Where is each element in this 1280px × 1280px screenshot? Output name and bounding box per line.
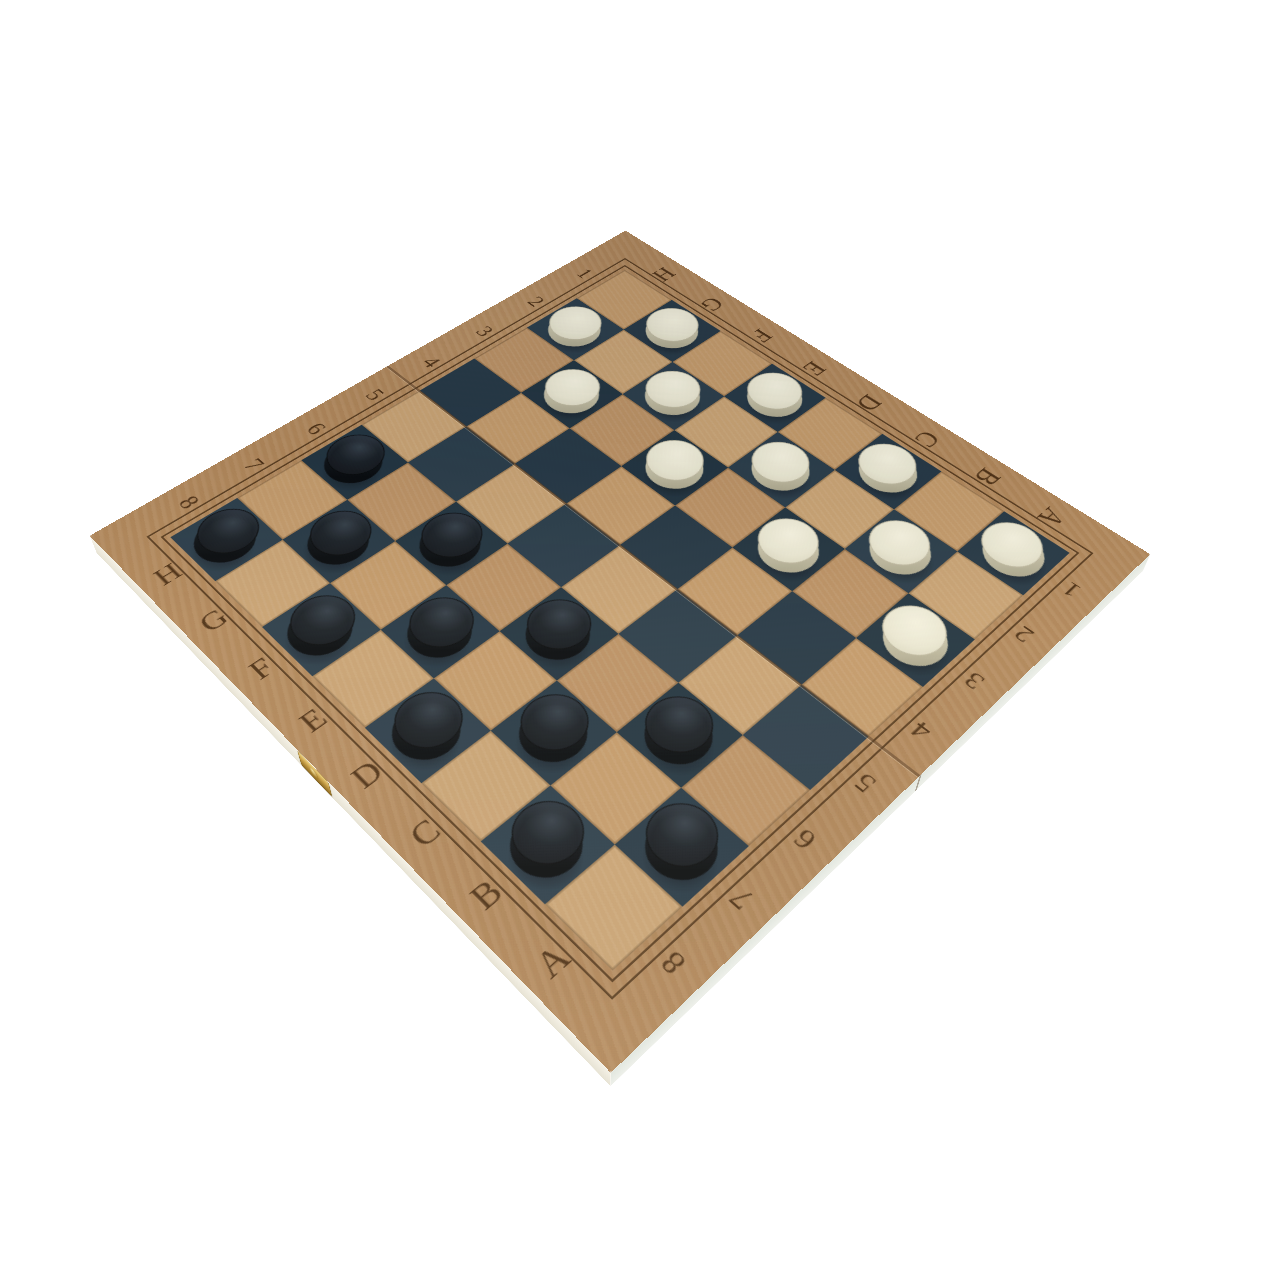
piece-top (497, 788, 599, 878)
piece-shadow (627, 703, 729, 789)
square-C4[interactable] (677, 547, 793, 635)
brass-clasp (297, 750, 332, 797)
piece-top (278, 585, 369, 656)
square-C6[interactable] (556, 633, 678, 732)
piece-side (631, 696, 728, 777)
piece-shadow (389, 604, 485, 680)
piece-top (869, 595, 960, 666)
piece-side (504, 694, 601, 775)
piece-top (631, 685, 727, 765)
black-checker-B6[interactable] (617, 682, 743, 787)
piece-side (513, 599, 604, 671)
piece-top (381, 681, 477, 761)
board-grid (170, 270, 1069, 971)
square-B5[interactable] (679, 635, 801, 734)
square-D7[interactable] (434, 631, 556, 730)
square-C7[interactable] (491, 680, 617, 785)
piece-top (514, 589, 605, 660)
square-D5[interactable] (561, 545, 677, 633)
product-photo-stage: HH11GG22FF33EE44DD55CC66BB77AA88 (0, 0, 1280, 1280)
black-checker-C7[interactable] (491, 680, 617, 785)
square-D6[interactable] (500, 587, 619, 680)
square-B3[interactable] (793, 549, 909, 638)
black-checker-D6[interactable] (500, 587, 619, 680)
piece-shadow (867, 612, 964, 688)
piece-top (506, 683, 602, 763)
square-E7[interactable] (381, 585, 500, 678)
square-B6[interactable] (617, 682, 743, 787)
fold-seam-edge-notch (915, 774, 922, 792)
black-checker-E7[interactable] (381, 585, 500, 678)
square-C5[interactable] (618, 589, 737, 682)
checkers-board: HH11GG22FF33EE44DD55CC66BB77AA88 (90, 231, 1150, 1073)
square-B7[interactable] (551, 732, 681, 844)
square-F7[interactable] (330, 541, 446, 629)
piece-shadow (509, 606, 605, 682)
